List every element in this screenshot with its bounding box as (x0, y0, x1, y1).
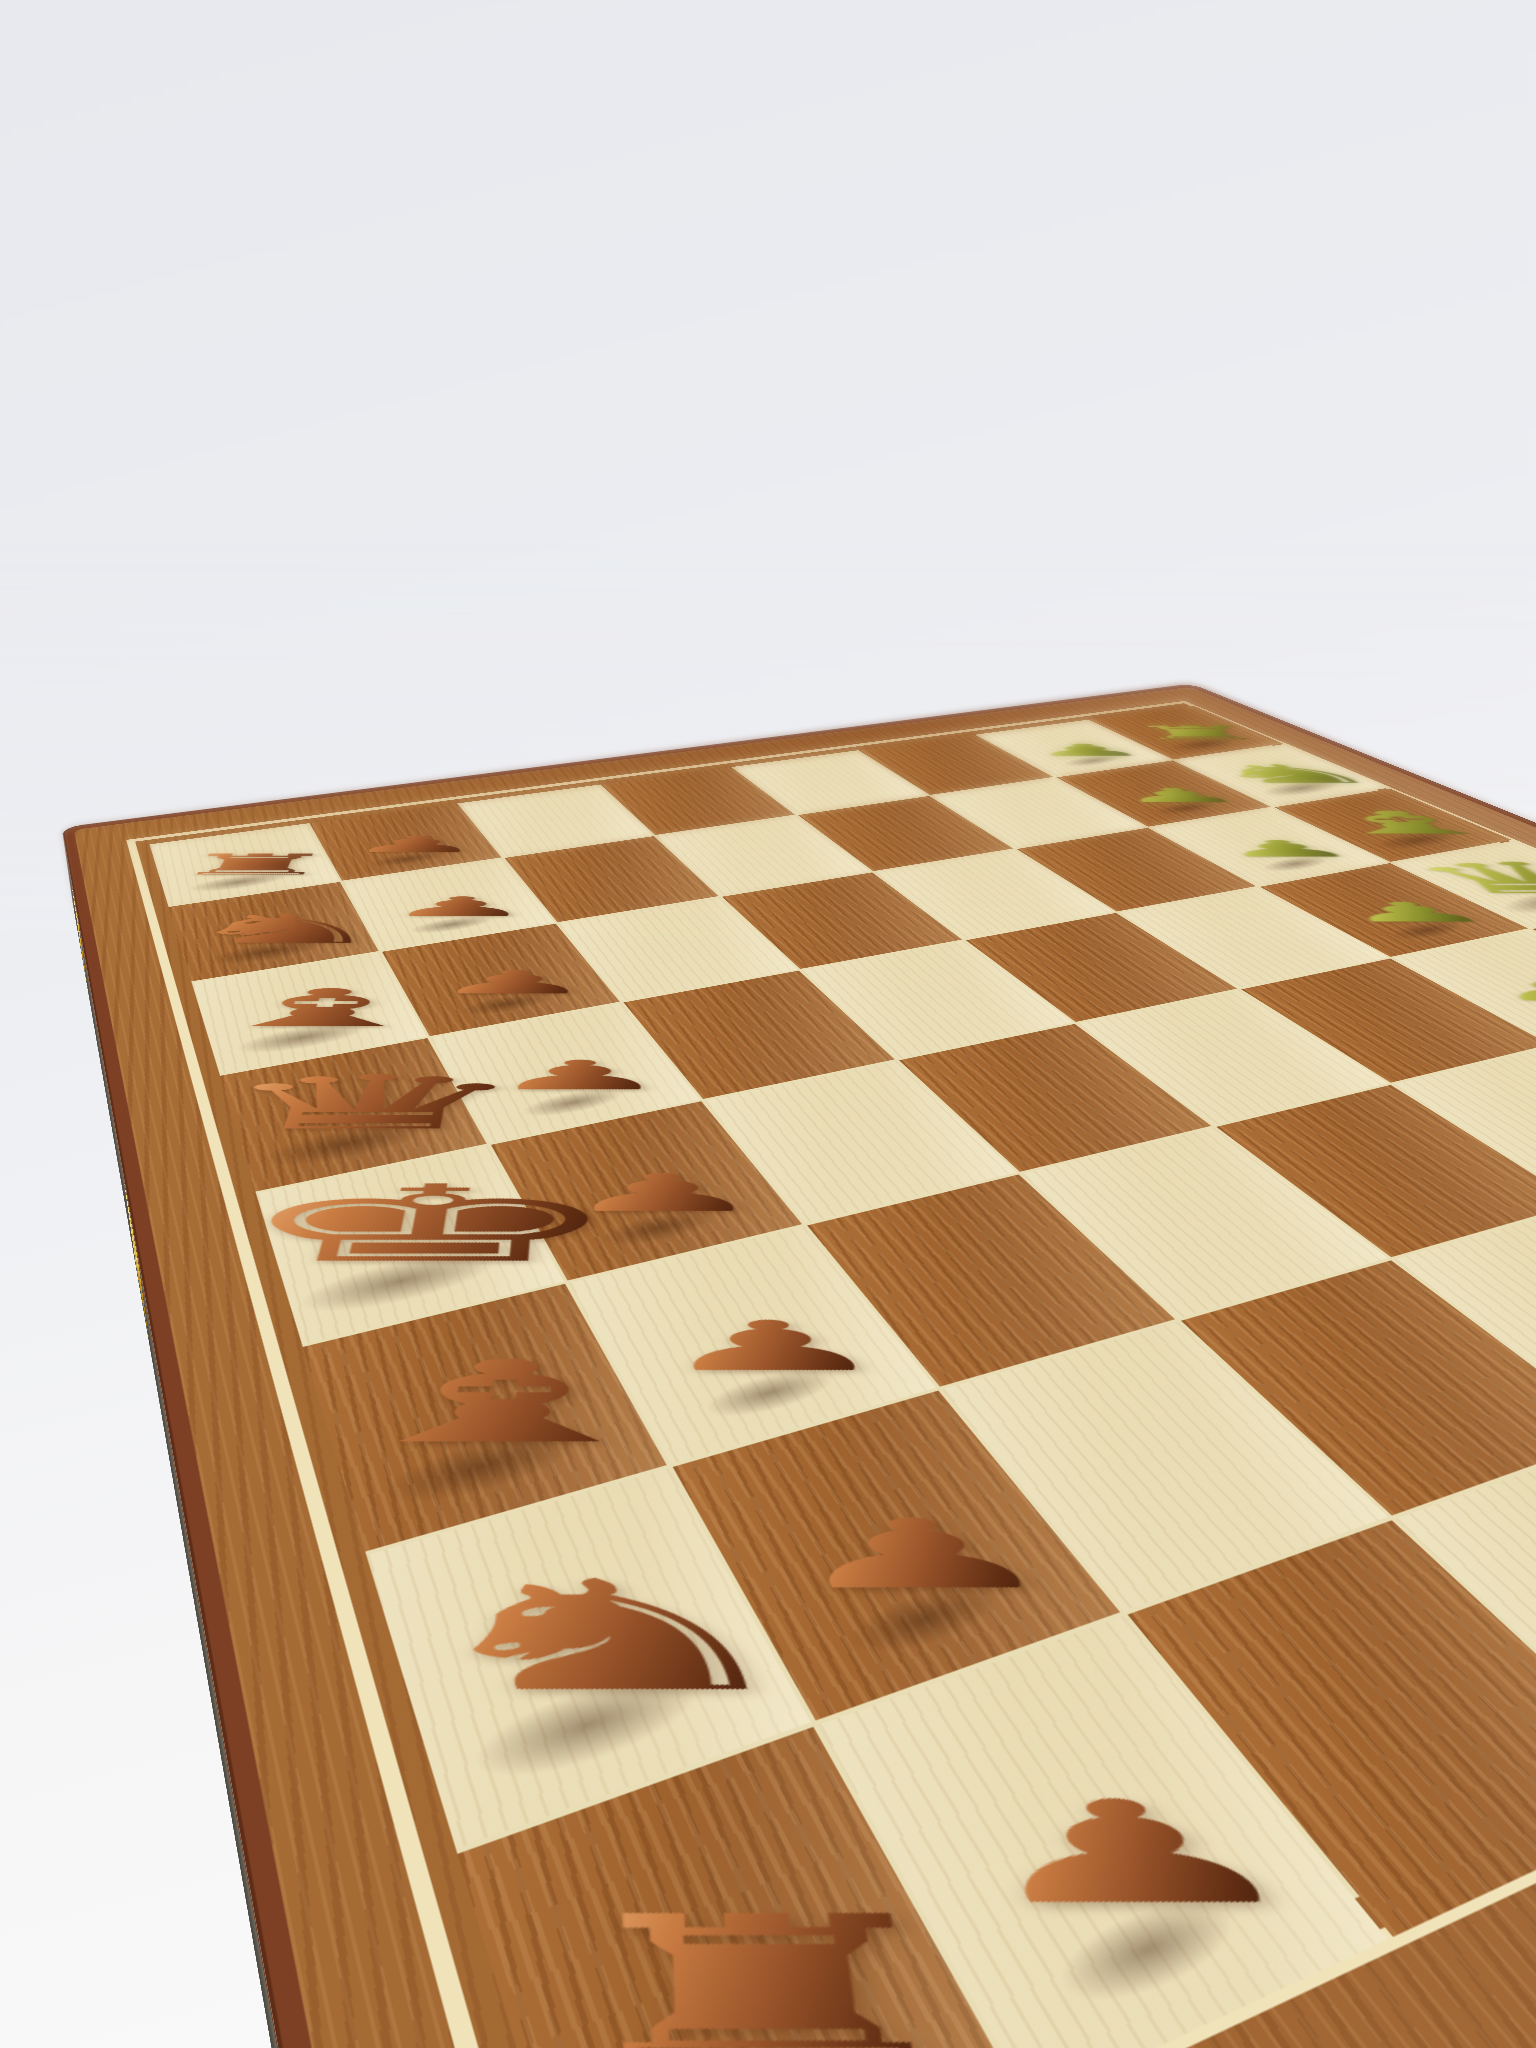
piece-shadow (592, 1203, 724, 1254)
piece-shadow (834, 1573, 1014, 1669)
piece-black-bishop-f8: ♝ (304, 1350, 692, 1455)
piece-shadow (458, 1655, 717, 1801)
square-e5 (899, 1024, 1211, 1172)
square-f7: ♟ (569, 1226, 936, 1464)
piece-shadow (604, 2016, 903, 2048)
square-e7: ♟ (491, 1101, 802, 1280)
piece-black-pawn-e7: ♟ (559, 1170, 769, 1218)
piece-shadow (290, 1240, 511, 1326)
piece-shadow (365, 848, 451, 869)
piece-shadow (515, 1083, 631, 1122)
piece-white-pawn-a2: ♟ (1024, 743, 1152, 758)
square-g4 (1394, 1205, 1536, 1432)
piece-black-pawn-d7: ♟ (486, 1057, 671, 1094)
piece-shadow (1056, 753, 1128, 769)
square-h7: ♟ (818, 1616, 1388, 2048)
board-walnut-border: ♜♞♝♛♚♝♞♜♟♟♟♟♟♟♟♟♟♟♟♟♟♟♟♟♜♞♝♛♚♝♞♜ (74, 687, 1536, 2048)
piece-shadow (1038, 1880, 1258, 2025)
square-g8: ♞ (366, 1468, 810, 1848)
square-d8: ♛ (220, 1038, 487, 1191)
piece-shadow (405, 912, 499, 938)
chess-board-grid: ♜♞♝♛♚♝♞♜♟♟♟♟♟♟♟♟♟♟♟♟♟♟♟♟♜♞♝♛♚♝♞♜ (150, 707, 1536, 2048)
piece-shadow (1381, 917, 1474, 943)
piece-black-pawn-f7: ♟ (652, 1315, 897, 1379)
piece-shadow (1253, 853, 1338, 875)
square-d7: ♟ (430, 1003, 700, 1143)
photo-stage: ♜♞♝♛♚♝♞♜♟♟♟♟♟♟♟♟♟♟♟♟♟♟♟♟♜♞♝♛♚♝♞♜ (0, 0, 1536, 2048)
board-rim: ♜♞♝♛♚♝♞♜♟♟♟♟♟♟♟♟♟♟♟♟♟♟♟♟♜♞♝♛♚♝♞♜ (62, 684, 1536, 2048)
piece-white-pawn-d2: ♟ (1326, 900, 1502, 925)
folding-chess-box: ♜♞♝♛♚♝♞♜♟♟♟♟♟♟♟♟♟♟♟♟♟♟♟♟♜♞♝♛♚♝♞♜ (62, 684, 1536, 2048)
piece-black-pawn-g7: ♟ (774, 1511, 1073, 1599)
square-h6 (1128, 1520, 1536, 1937)
square-g7: ♟ (673, 1391, 1120, 1721)
square-e8: ♚ (256, 1146, 564, 1345)
piece-shadow (254, 1113, 436, 1176)
piece-shadow (454, 989, 558, 1020)
square-g5 (1181, 1260, 1536, 1515)
piece-black-king-e8: ♚ (207, 1176, 633, 1274)
piece-white-pawn-c2: ♟ (1208, 838, 1365, 859)
piece-white-pawn-b2: ♟ (1109, 787, 1250, 805)
piece-black-pawn-c7: ♟ (429, 967, 595, 997)
square-f6 (807, 1174, 1175, 1386)
piece-shadow (230, 1016, 375, 1061)
piece-black-rook-h8: ♜ (537, 1900, 1005, 2048)
board-inlay-line: ♜♞♝♛♚♝♞♜♟♟♟♟♟♟♟♟♟♟♟♟♟♟♟♟♜♞♝♛♚♝♞♜ (126, 701, 1536, 2048)
square-f8: ♝ (303, 1284, 667, 1552)
square-f3 (1393, 1046, 1536, 1203)
square-h5 (1396, 1436, 1536, 1795)
perspective-scene: ♜♞♝♛♚♝♞♜♟♟♟♟♟♟♟♟♟♟♟♟♟♟♟♟♜♞♝♛♚♝♞♜ (0, 0, 1536, 2048)
piece-black-pawn-b7: ♟ (383, 895, 536, 920)
square-e6 (704, 1061, 1016, 1224)
square-h8: ♜ (457, 1727, 1027, 2048)
square-f5 (1022, 1128, 1388, 1319)
square-g6 (942, 1322, 1388, 1611)
piece-black-queen-d8: ♛ (193, 1069, 537, 1138)
piece-shadow (1147, 799, 1225, 817)
piece-black-pawn-h7: ♟ (947, 1789, 1327, 1920)
piece-shadow (373, 1418, 590, 1519)
piece-white-pawn-e2: ♟ (1468, 974, 1536, 1005)
piece-black-knight-g8: ♞ (388, 1567, 828, 1708)
square-f4 (1216, 1085, 1536, 1257)
piece-shadow (694, 1360, 846, 1428)
piece-shadow (1363, 827, 1471, 854)
